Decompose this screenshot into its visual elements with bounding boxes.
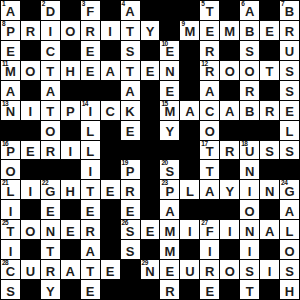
cell-r10c13[interactable]: I — [240, 180, 259, 199]
cell-r13c1[interactable]: I — [1, 240, 20, 259]
cell-r13c3[interactable]: T — [41, 240, 60, 259]
cell-r4c14[interactable]: T — [260, 61, 279, 80]
black-cell — [101, 81, 120, 100]
cell-letter: C — [200, 101, 219, 120]
cell-r3c7[interactable]: S — [121, 41, 140, 60]
cell-r5c7[interactable]: A — [121, 81, 140, 100]
black-cell — [180, 41, 199, 60]
cell-r14c1[interactable]: 28C — [1, 260, 20, 279]
cell-letter: T — [121, 21, 140, 40]
cell-letter: P — [121, 160, 140, 179]
cell-letter: S — [280, 81, 299, 100]
black-cell — [260, 280, 279, 299]
cell-r14c12[interactable]: O — [220, 260, 239, 279]
cell-r12c10[interactable]: I — [180, 220, 199, 239]
cell-letter: A — [121, 81, 140, 100]
black-cell — [61, 200, 80, 219]
cell-r13c5[interactable]: A — [81, 240, 100, 259]
cell-letter: S — [260, 141, 279, 160]
cell-r2c8[interactable]: Y — [141, 21, 160, 40]
cell-r10c15[interactable]: 24G — [280, 180, 299, 199]
cell-r2c14[interactable]: E — [260, 21, 279, 40]
cell-letter: P — [61, 101, 80, 120]
cell-r4c3[interactable]: T — [41, 61, 60, 80]
cell-r7c11[interactable]: O — [200, 121, 219, 140]
cell-r4c2[interactable]: O — [21, 61, 40, 80]
cell-letter: A — [1, 81, 20, 100]
cell-letter: E — [1, 41, 20, 60]
cell-r8c5[interactable]: L — [81, 141, 100, 160]
cell-r7c3[interactable]: O — [41, 121, 60, 140]
cell-letter: Y — [160, 121, 179, 140]
cell-r10c3[interactable]: 22G — [41, 180, 60, 199]
black-cell — [101, 280, 120, 299]
cell-r10c6[interactable]: E — [101, 180, 120, 199]
cell-letter: L — [280, 121, 299, 140]
cell-r15c11[interactable]: E — [200, 280, 219, 299]
cell-r10c9[interactable]: 23P — [160, 180, 179, 199]
cell-r4c8[interactable]: E — [141, 61, 160, 80]
cell-letter: I — [101, 21, 120, 40]
cell-r6c4[interactable]: P — [61, 101, 80, 120]
cell-r8c11[interactable]: 17T — [200, 141, 219, 160]
cell-r14c4[interactable]: A — [61, 260, 80, 279]
cell-letter: I — [1, 200, 20, 219]
black-cell — [220, 280, 239, 299]
cell-letter: S — [240, 260, 259, 279]
cell-letter: E — [61, 220, 80, 239]
cell-r1c11[interactable]: 5T — [200, 1, 219, 20]
cell-r2c11[interactable]: E — [200, 21, 219, 40]
cell-r4c9[interactable]: N — [160, 61, 179, 80]
cell-r2c1[interactable]: 8P — [1, 21, 20, 40]
cell-r6c14[interactable]: R — [260, 101, 279, 120]
cell-r7c5[interactable]: L — [81, 121, 100, 140]
cell-r12c8[interactable]: E — [141, 220, 160, 239]
cell-r8c4[interactable]: I — [61, 141, 80, 160]
cell-r7c15[interactable]: L — [280, 121, 299, 140]
black-cell — [21, 200, 40, 219]
black-cell — [21, 240, 40, 259]
cell-letter: A — [61, 260, 80, 279]
cell-r14c8[interactable]: 29N — [141, 260, 160, 279]
black-cell — [101, 1, 120, 20]
cell-letter: O — [21, 61, 40, 80]
cell-r12c14[interactable]: A — [260, 220, 279, 239]
cell-letter: E — [160, 260, 179, 279]
cell-r11c15[interactable]: A — [280, 200, 299, 219]
cell-r10c2[interactable]: I — [21, 180, 40, 199]
cell-r10c1[interactable]: 21L — [1, 180, 20, 199]
cell-letter: S — [240, 41, 259, 60]
cell-letter: L — [81, 121, 100, 140]
cell-letter: D — [41, 1, 60, 20]
cell-r7c7[interactable]: E — [121, 121, 140, 140]
cell-r14c10[interactable]: U — [180, 260, 199, 279]
cell-r15c1[interactable]: S — [1, 280, 20, 299]
cell-r13c15[interactable]: O — [280, 240, 299, 259]
cell-letter: A — [1, 1, 20, 20]
black-cell — [101, 220, 120, 239]
cell-r4c11[interactable]: 12R — [200, 61, 219, 80]
black-cell — [180, 240, 199, 259]
cell-letter: I — [240, 240, 259, 259]
cell-letter: A — [240, 1, 259, 20]
cell-r14c15[interactable]: S — [280, 260, 299, 279]
cell-r9c9[interactable]: 20S — [160, 160, 179, 179]
black-cell — [141, 160, 160, 179]
cell-r14c11[interactable]: R — [200, 260, 219, 279]
cell-r4c12[interactable]: O — [220, 61, 239, 80]
cell-r14c3[interactable]: R — [41, 260, 60, 279]
cell-r1c15[interactable]: 7B — [280, 1, 299, 20]
cell-r10c10[interactable]: L — [180, 180, 199, 199]
cell-r8c14[interactable]: S — [260, 141, 279, 160]
cell-r6c13[interactable]: B — [240, 101, 259, 120]
cell-r12c9[interactable]: M — [160, 220, 179, 239]
cell-r13c9[interactable]: M — [160, 240, 179, 259]
cell-r15c15[interactable]: H — [280, 280, 299, 299]
cell-letter: T — [81, 260, 100, 279]
cell-r11c5[interactable]: E — [81, 200, 100, 219]
cell-letter: S — [121, 41, 140, 60]
cell-letter: A — [220, 101, 239, 120]
cell-letter: L — [180, 180, 199, 199]
cell-r1c5[interactable]: 3F — [81, 1, 100, 20]
cell-r15c5[interactable]: E — [81, 280, 100, 299]
cell-r4c7[interactable]: T — [121, 61, 140, 80]
cell-r12c15[interactable]: L — [280, 220, 299, 239]
black-cell — [61, 1, 80, 20]
cell-r4c15[interactable]: S — [280, 61, 299, 80]
cell-letter: N — [41, 220, 60, 239]
cell-letter: R — [160, 280, 179, 299]
cell-r5c1[interactable]: A — [1, 81, 20, 100]
black-cell — [141, 280, 160, 299]
cell-r12c11[interactable]: 27F — [200, 220, 219, 239]
cell-r12c13[interactable]: N — [240, 220, 259, 239]
cell-r6c1[interactable]: 13N — [1, 101, 20, 120]
cell-r5c9[interactable]: E — [160, 81, 179, 100]
cell-letter: R — [220, 141, 239, 160]
cell-r6c15[interactable]: E — [280, 101, 299, 120]
cell-letter: E — [81, 200, 100, 219]
cell-r11c9[interactable]: A — [160, 200, 179, 219]
cell-r12c7[interactable]: 26S — [121, 220, 140, 239]
cell-r10c12[interactable]: Y — [220, 180, 239, 199]
black-cell — [21, 280, 40, 299]
cell-letter: T — [41, 240, 60, 259]
black-cell — [180, 1, 199, 20]
cell-letter: O — [41, 121, 60, 140]
cell-letter: G — [280, 180, 299, 199]
cell-r13c13[interactable]: I — [240, 240, 259, 259]
cell-letter: S — [280, 141, 299, 160]
cell-letter: I — [81, 101, 100, 120]
black-cell — [101, 121, 120, 140]
cell-letter: E — [200, 21, 219, 40]
cell-r9c11[interactable]: T — [200, 160, 219, 179]
cell-r6c11[interactable]: C — [200, 101, 219, 120]
cell-letter: I — [1, 240, 20, 259]
cell-letter: L — [81, 141, 100, 160]
cell-r14c6[interactable]: E — [101, 260, 120, 279]
black-cell — [101, 240, 120, 259]
cell-r3c11[interactable]: R — [200, 41, 219, 60]
black-cell — [101, 41, 120, 60]
cell-letter: R — [81, 220, 100, 239]
cell-r6c3[interactable]: T — [41, 101, 60, 120]
cell-letter: T — [41, 61, 60, 80]
cell-letter: I — [220, 220, 239, 239]
black-cell — [220, 200, 239, 219]
cell-letter: T — [41, 101, 60, 120]
cell-letter: T — [200, 160, 219, 179]
cell-r11c1[interactable]: I — [1, 200, 20, 219]
cell-r8c1[interactable]: 16P — [1, 141, 20, 160]
cell-letter: A — [121, 1, 140, 20]
cell-r12c3[interactable]: N — [41, 220, 60, 239]
cell-letter: L — [1, 180, 20, 199]
cell-r2c3[interactable]: I — [41, 21, 60, 40]
cell-letter: T — [240, 280, 259, 299]
cell-letter: I — [260, 260, 279, 279]
cell-r2c10[interactable]: 9M — [180, 21, 199, 40]
black-cell — [21, 121, 40, 140]
cell-letter: O — [61, 21, 80, 40]
cell-r3c9[interactable]: 10E — [160, 41, 179, 60]
black-cell — [21, 1, 40, 20]
cell-r2c15[interactable]: R — [280, 21, 299, 40]
cell-r13c11[interactable]: I — [200, 240, 219, 259]
cell-letter: E — [280, 101, 299, 120]
black-cell — [101, 160, 120, 179]
cell-r2c6[interactable]: I — [101, 21, 120, 40]
cell-r8c2[interactable]: E — [21, 141, 40, 160]
cell-letter: R — [121, 180, 140, 199]
cell-r7c9[interactable]: Y — [160, 121, 179, 140]
cell-r4c13[interactable]: O — [240, 61, 259, 80]
cell-r6c9[interactable]: 15M — [160, 101, 179, 120]
cell-letter: S — [160, 160, 179, 179]
cell-letter: A — [101, 61, 120, 80]
cell-letter: A — [280, 200, 299, 219]
cell-letter: A — [200, 180, 219, 199]
cell-r3c3[interactable]: C — [41, 41, 60, 60]
cell-r14c5[interactable]: T — [81, 260, 100, 279]
cell-letter: E — [200, 280, 219, 299]
cell-letter: P — [1, 21, 20, 40]
cell-r11c3[interactable]: E — [41, 200, 60, 219]
cell-r8c3[interactable]: R — [41, 141, 60, 160]
cell-letter: Y — [41, 280, 60, 299]
cell-letter: E — [160, 81, 179, 100]
black-cell — [81, 81, 100, 100]
cell-r9c7[interactable]: 19P — [121, 160, 140, 179]
cell-r6c5[interactable]: 14I — [81, 101, 100, 120]
cell-r10c11[interactable]: A — [200, 180, 219, 199]
cell-r3c13[interactable]: S — [240, 41, 259, 60]
cell-r11c13[interactable]: O — [240, 200, 259, 219]
black-cell — [240, 121, 259, 140]
cell-letter: I — [41, 21, 60, 40]
cell-r6c10[interactable]: A — [180, 101, 199, 120]
cell-r14c13[interactable]: S — [240, 260, 259, 279]
cell-r2c12[interactable]: M — [220, 21, 239, 40]
black-cell — [180, 160, 199, 179]
cell-letter: N — [260, 180, 279, 199]
cell-letter: E — [81, 61, 100, 80]
cell-r6c6[interactable]: C — [101, 101, 120, 120]
cell-r5c15[interactable]: S — [280, 81, 299, 100]
cell-r9c5[interactable]: I — [81, 160, 100, 179]
cell-r3c1[interactable]: E — [1, 41, 20, 60]
cell-letter: G — [41, 180, 60, 199]
cell-r13c7[interactable]: S — [121, 240, 140, 259]
cell-r15c9[interactable]: R — [160, 280, 179, 299]
cell-letter: C — [101, 101, 120, 120]
cell-r9c13[interactable]: N — [240, 160, 259, 179]
cell-letter: B — [240, 101, 259, 120]
cell-letter: E — [121, 121, 140, 140]
cell-r2c7[interactable]: T — [121, 21, 140, 40]
black-cell — [141, 200, 160, 219]
black-cell — [21, 41, 40, 60]
cell-r4c6[interactable]: A — [101, 61, 120, 80]
black-cell — [220, 160, 239, 179]
black-cell — [280, 160, 299, 179]
cell-letter: R — [240, 81, 259, 100]
cell-r2c13[interactable]: B — [240, 21, 259, 40]
cell-letter: T — [1, 220, 20, 239]
cell-r5c11[interactable]: A — [200, 81, 219, 100]
cell-letter: I — [180, 220, 199, 239]
cell-r4c5[interactable]: E — [81, 61, 100, 80]
black-cell — [220, 1, 239, 20]
cell-r1c13[interactable]: 6A — [240, 1, 259, 20]
cell-r14c9[interactable]: E — [160, 260, 179, 279]
black-cell — [180, 200, 199, 219]
cell-r10c7[interactable]: R — [121, 180, 140, 199]
cell-r5c13[interactable]: R — [240, 81, 259, 100]
cell-letter: M — [220, 21, 239, 40]
cell-r8c13[interactable]: 18U — [240, 141, 259, 160]
cell-r12c4[interactable]: E — [61, 220, 80, 239]
cell-r2c5[interactable]: R — [81, 21, 100, 40]
black-cell — [141, 1, 160, 20]
cell-letter: O — [220, 61, 239, 80]
cell-letter: S — [121, 220, 140, 239]
cell-r5c3[interactable]: A — [41, 81, 60, 100]
cell-letter: S — [280, 61, 299, 80]
cell-r6c7[interactable]: K — [121, 101, 140, 120]
cell-letter: E — [81, 280, 100, 299]
cell-r11c7[interactable]: E — [121, 200, 140, 219]
cell-letter: R — [41, 141, 60, 160]
cell-letter: N — [240, 220, 259, 239]
cell-r14c14[interactable]: I — [260, 260, 279, 279]
cell-r6c12[interactable]: A — [220, 101, 239, 120]
black-cell — [260, 41, 279, 60]
black-cell — [101, 141, 120, 160]
cell-r2c4[interactable]: O — [61, 21, 80, 40]
black-cell — [41, 160, 60, 179]
cell-letter: E — [121, 200, 140, 219]
cell-letter: O — [220, 260, 239, 279]
cell-r12c2[interactable]: O — [21, 220, 40, 239]
cell-letter: M — [160, 220, 179, 239]
cell-r14c2[interactable]: U — [21, 260, 40, 279]
cell-letter: L — [280, 220, 299, 239]
black-cell — [141, 101, 160, 120]
cell-letter: E — [141, 220, 160, 239]
black-cell — [121, 141, 140, 160]
cell-letter: I — [61, 141, 80, 160]
black-cell — [260, 121, 279, 140]
cell-letter: T — [200, 1, 219, 20]
cell-r1c7[interactable]: 4A — [121, 1, 140, 20]
cell-letter: N — [240, 160, 259, 179]
cell-letter: H — [61, 180, 80, 199]
cell-r10c14[interactable]: N — [260, 180, 279, 199]
cell-letter: A — [41, 81, 60, 100]
cell-r4c1[interactable]: 11M — [1, 61, 20, 80]
cell-letter: R — [21, 21, 40, 40]
cell-r4c4[interactable]: H — [61, 61, 80, 80]
black-cell — [61, 81, 80, 100]
black-cell — [180, 81, 199, 100]
black-cell — [180, 61, 199, 80]
cell-r3c5[interactable]: E — [81, 41, 100, 60]
cell-letter: S — [121, 240, 140, 259]
cell-r9c1[interactable]: O — [1, 160, 20, 179]
cell-r6c2[interactable]: I — [21, 101, 40, 120]
black-cell — [61, 240, 80, 259]
cell-letter: M — [160, 240, 179, 259]
cell-r12c12[interactable]: I — [220, 220, 239, 239]
cell-r1c1[interactable]: 1A — [1, 1, 20, 20]
black-cell — [1, 121, 20, 140]
cell-r8c12[interactable]: R — [220, 141, 239, 160]
cell-letter: R — [280, 21, 299, 40]
cell-r10c4[interactable]: H — [61, 180, 80, 199]
black-cell — [61, 121, 80, 140]
black-cell — [220, 81, 239, 100]
cell-r2c2[interactable]: R — [21, 21, 40, 40]
black-cell — [141, 180, 160, 199]
cell-r1c3[interactable]: 2D — [41, 1, 60, 20]
black-cell — [61, 160, 80, 179]
cell-letter: I — [21, 101, 40, 120]
cell-letter: U — [180, 260, 199, 279]
cell-letter: S — [1, 280, 20, 299]
black-cell — [260, 160, 279, 179]
cell-letter: K — [121, 101, 140, 120]
cell-r15c13[interactable]: T — [240, 280, 259, 299]
cell-r10c5[interactable]: T — [81, 180, 100, 199]
cell-r12c1[interactable]: 25T — [1, 220, 20, 239]
cell-letter: A — [160, 200, 179, 219]
cell-r8c15[interactable]: S — [280, 141, 299, 160]
cell-letter: E — [21, 141, 40, 160]
black-cell — [180, 121, 199, 140]
black-cell — [121, 260, 140, 279]
cell-r3c15[interactable]: U — [280, 41, 299, 60]
cell-r15c3[interactable]: Y — [41, 280, 60, 299]
black-cell — [141, 240, 160, 259]
cell-letter: A — [81, 240, 100, 259]
cell-r12c5[interactable]: R — [81, 220, 100, 239]
